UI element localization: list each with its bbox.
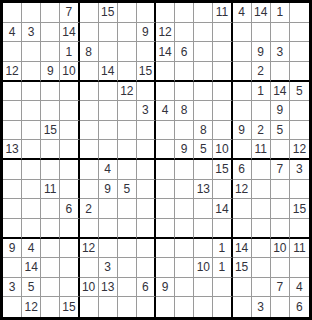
cell-r6c12-given[interactable]: 9 <box>233 121 252 141</box>
cell-r3c4-empty[interactable] <box>80 62 99 82</box>
cell-r0c10-empty[interactable] <box>194 3 213 23</box>
cell-r6c3-empty[interactable] <box>60 121 79 141</box>
cell-r8c4-empty[interactable] <box>80 160 99 180</box>
cell-r5c3-empty[interactable] <box>60 101 79 121</box>
cell-r3c2-given[interactable]: 9 <box>41 62 60 82</box>
cell-r7c6-empty[interactable] <box>118 140 137 160</box>
cell-r5c13-empty[interactable] <box>252 101 271 121</box>
cell-r14c8-given[interactable]: 9 <box>156 278 175 298</box>
cell-r11c12-empty[interactable] <box>233 219 252 239</box>
cell-r4c3-empty[interactable] <box>60 82 79 102</box>
cell-r11c13-empty[interactable] <box>252 219 271 239</box>
cell-r0c11-given[interactable]: 11 <box>213 3 232 23</box>
cell-r15c6-empty[interactable] <box>118 297 137 317</box>
cell-r2c12-empty[interactable] <box>233 42 252 62</box>
cell-r11c7-empty[interactable] <box>137 219 156 239</box>
cell-r10c1-empty[interactable] <box>22 199 41 219</box>
cell-r0c9-empty[interactable] <box>175 3 194 23</box>
cell-r13c6-empty[interactable] <box>118 258 137 278</box>
cell-r14c2-empty[interactable] <box>41 278 60 298</box>
cell-r13c12-given[interactable]: 15 <box>233 258 252 278</box>
cell-r8c11-given[interactable]: 15 <box>213 160 232 180</box>
sudoku-page: 7151141414314912181469312910141521211453… <box>0 0 312 320</box>
cell-r11c14-empty[interactable] <box>271 219 290 239</box>
cell-r9c11-empty[interactable] <box>213 180 232 200</box>
cell-r5c2-empty[interactable] <box>41 101 60 121</box>
cell-r14c5-given[interactable]: 13 <box>99 278 118 298</box>
cell-r7c15-given[interactable]: 12 <box>290 140 309 160</box>
cell-r10c4-given[interactable]: 2 <box>80 199 99 219</box>
cell-r7c14-empty[interactable] <box>271 140 290 160</box>
cell-r2c4-given[interactable]: 8 <box>80 42 99 62</box>
cell-r3c0-given[interactable]: 12 <box>3 62 22 82</box>
cell-r6c15-empty[interactable] <box>290 121 309 141</box>
cell-r4c15-given[interactable]: 5 <box>290 82 309 102</box>
cell-r10c3-given[interactable]: 6 <box>60 199 79 219</box>
cell-r7c8-empty[interactable] <box>156 140 175 160</box>
cell-r0c2-empty[interactable] <box>41 3 60 23</box>
cell-r7c1-empty[interactable] <box>22 140 41 160</box>
cell-r12c12-given[interactable]: 14 <box>233 239 252 259</box>
cell-r9c9-empty[interactable] <box>175 180 194 200</box>
cell-r15c13-given[interactable]: 3 <box>252 297 271 317</box>
cell-r5c9-given[interactable]: 8 <box>175 101 194 121</box>
cell-r10c13-empty[interactable] <box>252 199 271 219</box>
cell-r12c11-given[interactable]: 1 <box>213 239 232 259</box>
cell-r5c12-empty[interactable] <box>233 101 252 121</box>
cell-r3c11-empty[interactable] <box>213 62 232 82</box>
cell-r1c11-empty[interactable] <box>213 23 232 43</box>
cell-r1c14-empty[interactable] <box>271 23 290 43</box>
cell-r8c14-given[interactable]: 7 <box>271 160 290 180</box>
cell-r7c13-given[interactable]: 11 <box>252 140 271 160</box>
cell-r3c7-given[interactable]: 15 <box>137 62 156 82</box>
cell-r1c5-empty[interactable] <box>99 23 118 43</box>
cell-r15c5-empty[interactable] <box>99 297 118 317</box>
cell-r0c14-given[interactable]: 1 <box>271 3 290 23</box>
cell-r3c15-empty[interactable] <box>290 62 309 82</box>
cell-r13c9-empty[interactable] <box>175 258 194 278</box>
cell-r1c0-given[interactable]: 4 <box>3 23 22 43</box>
cell-r9c12-given[interactable]: 12 <box>233 180 252 200</box>
cell-r14c15-given[interactable]: 4 <box>290 278 309 298</box>
cell-r9c14-empty[interactable] <box>271 180 290 200</box>
cell-r12c14-given[interactable]: 10 <box>271 239 290 259</box>
cell-r8c13-empty[interactable] <box>252 160 271 180</box>
cell-r6c7-empty[interactable] <box>137 121 156 141</box>
cell-r1c15-empty[interactable] <box>290 23 309 43</box>
cell-r6c4-empty[interactable] <box>80 121 99 141</box>
cell-r11c15-empty[interactable] <box>290 219 309 239</box>
cell-r4c13-given[interactable]: 1 <box>252 82 271 102</box>
cell-r10c9-empty[interactable] <box>175 199 194 219</box>
cell-r8c10-empty[interactable] <box>194 160 213 180</box>
cell-r13c10-given[interactable]: 10 <box>194 258 213 278</box>
cell-r10c12-empty[interactable] <box>233 199 252 219</box>
cell-r1c7-given[interactable]: 9 <box>137 23 156 43</box>
cell-r1c9-empty[interactable] <box>175 23 194 43</box>
cell-r8c6-empty[interactable] <box>118 160 137 180</box>
cell-r14c11-empty[interactable] <box>213 278 232 298</box>
cell-r14c14-given[interactable]: 7 <box>271 278 290 298</box>
cell-r8c15-given[interactable]: 3 <box>290 160 309 180</box>
cell-r4c2-empty[interactable] <box>41 82 60 102</box>
cell-r2c9-given[interactable]: 6 <box>175 42 194 62</box>
cell-r2c8-given[interactable]: 14 <box>156 42 175 62</box>
cell-r0c8-empty[interactable] <box>156 3 175 23</box>
cell-r14c0-given[interactable]: 3 <box>3 278 22 298</box>
cell-r8c9-empty[interactable] <box>175 160 194 180</box>
cell-r4c9-empty[interactable] <box>175 82 194 102</box>
cell-r5c7-given[interactable]: 3 <box>137 101 156 121</box>
cell-r12c0-given[interactable]: 9 <box>3 239 22 259</box>
cell-r7c0-given[interactable]: 13 <box>3 140 22 160</box>
cell-r8c3-empty[interactable] <box>60 160 79 180</box>
cell-r10c11-given[interactable]: 14 <box>213 199 232 219</box>
cell-r6c5-empty[interactable] <box>99 121 118 141</box>
cell-r9c8-empty[interactable] <box>156 180 175 200</box>
cell-r13c5-given[interactable]: 3 <box>99 258 118 278</box>
cell-r12c2-empty[interactable] <box>41 239 60 259</box>
cell-r6c10-given[interactable]: 8 <box>194 121 213 141</box>
cell-r2c0-empty[interactable] <box>3 42 22 62</box>
cell-r15c4-empty[interactable] <box>80 297 99 317</box>
cell-r15c9-empty[interactable] <box>175 297 194 317</box>
cell-r9c0-empty[interactable] <box>3 180 22 200</box>
cell-r0c4-empty[interactable] <box>80 3 99 23</box>
cell-r10c5-empty[interactable] <box>99 199 118 219</box>
cell-r14c1-given[interactable]: 5 <box>22 278 41 298</box>
cell-r10c2-empty[interactable] <box>41 199 60 219</box>
cell-r4c10-empty[interactable] <box>194 82 213 102</box>
cell-r3c12-empty[interactable] <box>233 62 252 82</box>
cell-r5c4-empty[interactable] <box>80 101 99 121</box>
cell-r12c4-given[interactable]: 12 <box>80 239 99 259</box>
cell-r4c6-given[interactable]: 12 <box>118 82 137 102</box>
cell-r15c14-empty[interactable] <box>271 297 290 317</box>
cell-r9c2-given[interactable]: 11 <box>41 180 60 200</box>
cell-r9c3-empty[interactable] <box>60 180 79 200</box>
cell-r10c15-given[interactable]: 15 <box>290 199 309 219</box>
cell-r9c7-empty[interactable] <box>137 180 156 200</box>
cell-r3c6-empty[interactable] <box>118 62 137 82</box>
cell-r5c1-empty[interactable] <box>22 101 41 121</box>
cell-r1c10-empty[interactable] <box>194 23 213 43</box>
cell-r9c4-empty[interactable] <box>80 180 99 200</box>
cell-r2c13-given[interactable]: 9 <box>252 42 271 62</box>
cell-r10c7-empty[interactable] <box>137 199 156 219</box>
cell-r11c4-empty[interactable] <box>80 219 99 239</box>
cell-r13c15-empty[interactable] <box>290 258 309 278</box>
cell-r3c14-empty[interactable] <box>271 62 290 82</box>
cell-r2c14-given[interactable]: 3 <box>271 42 290 62</box>
cell-r2c7-empty[interactable] <box>137 42 156 62</box>
cell-r8c0-empty[interactable] <box>3 160 22 180</box>
cell-r5c6-empty[interactable] <box>118 101 137 121</box>
cell-r10c0-empty[interactable] <box>3 199 22 219</box>
cell-r12c1-given[interactable]: 4 <box>22 239 41 259</box>
cell-r2c5-empty[interactable] <box>99 42 118 62</box>
cell-r11c6-empty[interactable] <box>118 219 137 239</box>
cell-r15c12-empty[interactable] <box>233 297 252 317</box>
cell-r14c3-empty[interactable] <box>60 278 79 298</box>
cell-r12c15-given[interactable]: 11 <box>290 239 309 259</box>
cell-r15c7-empty[interactable] <box>137 297 156 317</box>
cell-r12c8-empty[interactable] <box>156 239 175 259</box>
cell-r11c0-empty[interactable] <box>3 219 22 239</box>
cell-r3c10-empty[interactable] <box>194 62 213 82</box>
cell-r7c2-empty[interactable] <box>41 140 60 160</box>
cell-r7c12-empty[interactable] <box>233 140 252 160</box>
cell-r0c0-empty[interactable] <box>3 3 22 23</box>
cell-r2c15-empty[interactable] <box>290 42 309 62</box>
cell-r2c2-empty[interactable] <box>41 42 60 62</box>
cell-r0c15-empty[interactable] <box>290 3 309 23</box>
cell-r12c9-empty[interactable] <box>175 239 194 259</box>
cell-r5c14-given[interactable]: 9 <box>271 101 290 121</box>
cell-r15c2-empty[interactable] <box>41 297 60 317</box>
cell-r1c4-empty[interactable] <box>80 23 99 43</box>
cell-r4c8-empty[interactable] <box>156 82 175 102</box>
cell-r7c4-empty[interactable] <box>80 140 99 160</box>
cell-r9c1-empty[interactable] <box>22 180 41 200</box>
cell-r13c4-empty[interactable] <box>80 258 99 278</box>
cell-r6c6-empty[interactable] <box>118 121 137 141</box>
cell-r14c10-empty[interactable] <box>194 278 213 298</box>
cell-r4c14-given[interactable]: 14 <box>271 82 290 102</box>
cell-r8c2-empty[interactable] <box>41 160 60 180</box>
cell-r9c10-given[interactable]: 13 <box>194 180 213 200</box>
cell-r15c8-empty[interactable] <box>156 297 175 317</box>
cell-r14c6-empty[interactable] <box>118 278 137 298</box>
cell-r0c5-given[interactable]: 15 <box>99 3 118 23</box>
cell-r0c12-given[interactable]: 4 <box>233 3 252 23</box>
cell-r11c9-empty[interactable] <box>175 219 194 239</box>
cell-r12c13-empty[interactable] <box>252 239 271 259</box>
cell-r3c5-given[interactable]: 14 <box>99 62 118 82</box>
cell-r13c13-empty[interactable] <box>252 258 271 278</box>
cell-r1c12-empty[interactable] <box>233 23 252 43</box>
cell-r1c1-given[interactable]: 3 <box>22 23 41 43</box>
cell-r6c11-empty[interactable] <box>213 121 232 141</box>
cell-r11c8-empty[interactable] <box>156 219 175 239</box>
cell-r14c9-empty[interactable] <box>175 278 194 298</box>
cell-r12c3-empty[interactable] <box>60 239 79 259</box>
cell-r13c14-empty[interactable] <box>271 258 290 278</box>
cell-r0c13-given[interactable]: 14 <box>252 3 271 23</box>
cell-r1c6-empty[interactable] <box>118 23 137 43</box>
cell-r4c11-empty[interactable] <box>213 82 232 102</box>
cell-r7c11-given[interactable]: 10 <box>213 140 232 160</box>
cell-r0c7-empty[interactable] <box>137 3 156 23</box>
cell-r9c6-given[interactable]: 5 <box>118 180 137 200</box>
cell-r5c8-given[interactable]: 4 <box>156 101 175 121</box>
cell-r0c1-empty[interactable] <box>22 3 41 23</box>
cell-r0c3-given[interactable]: 7 <box>60 3 79 23</box>
cell-r2c1-empty[interactable] <box>22 42 41 62</box>
cell-r11c5-empty[interactable] <box>99 219 118 239</box>
cell-r3c13-given[interactable]: 2 <box>252 62 271 82</box>
cell-r15c10-empty[interactable] <box>194 297 213 317</box>
cell-r5c15-empty[interactable] <box>290 101 309 121</box>
cell-r9c5-given[interactable]: 9 <box>99 180 118 200</box>
cell-r11c11-empty[interactable] <box>213 219 232 239</box>
cell-r0c6-empty[interactable] <box>118 3 137 23</box>
cell-r9c15-empty[interactable] <box>290 180 309 200</box>
cell-r4c12-empty[interactable] <box>233 82 252 102</box>
cell-r10c14-empty[interactable] <box>271 199 290 219</box>
cell-r1c2-empty[interactable] <box>41 23 60 43</box>
cell-r1c3-given[interactable]: 14 <box>60 23 79 43</box>
cell-r14c12-empty[interactable] <box>233 278 252 298</box>
cell-r5c10-empty[interactable] <box>194 101 213 121</box>
cell-r15c0-empty[interactable] <box>3 297 22 317</box>
cell-r7c3-empty[interactable] <box>60 140 79 160</box>
cell-r13c8-empty[interactable] <box>156 258 175 278</box>
cell-r5c5-empty[interactable] <box>99 101 118 121</box>
cell-r8c5-given[interactable]: 4 <box>99 160 118 180</box>
cell-r12c6-empty[interactable] <box>118 239 137 259</box>
cell-r10c10-empty[interactable] <box>194 199 213 219</box>
cell-r6c2-given[interactable]: 15 <box>41 121 60 141</box>
cell-r11c3-empty[interactable] <box>60 219 79 239</box>
cell-r11c10-empty[interactable] <box>194 219 213 239</box>
cell-r8c8-empty[interactable] <box>156 160 175 180</box>
cell-r13c1-given[interactable]: 14 <box>22 258 41 278</box>
cell-r13c3-empty[interactable] <box>60 258 79 278</box>
cell-r3c1-empty[interactable] <box>22 62 41 82</box>
cell-r5c11-empty[interactable] <box>213 101 232 121</box>
cell-r7c5-empty[interactable] <box>99 140 118 160</box>
cell-r6c8-empty[interactable] <box>156 121 175 141</box>
cell-r7c9-given[interactable]: 9 <box>175 140 194 160</box>
cell-r15c1-given[interactable]: 12 <box>22 297 41 317</box>
cell-r8c1-empty[interactable] <box>22 160 41 180</box>
cell-r4c5-empty[interactable] <box>99 82 118 102</box>
cell-r15c15-given[interactable]: 6 <box>290 297 309 317</box>
cell-r8c12-given[interactable]: 6 <box>233 160 252 180</box>
cell-r4c1-empty[interactable] <box>22 82 41 102</box>
cell-r14c7-given[interactable]: 6 <box>137 278 156 298</box>
cell-r9c13-empty[interactable] <box>252 180 271 200</box>
cell-r13c11-given[interactable]: 1 <box>213 258 232 278</box>
cell-r4c7-empty[interactable] <box>137 82 156 102</box>
cell-r15c3-given[interactable]: 15 <box>60 297 79 317</box>
cell-r6c0-empty[interactable] <box>3 121 22 141</box>
cell-r11c1-empty[interactable] <box>22 219 41 239</box>
cell-r2c3-given[interactable]: 1 <box>60 42 79 62</box>
sudoku-board: 7151141414314912181469312910141521211453… <box>0 0 312 320</box>
cell-r3c8-empty[interactable] <box>156 62 175 82</box>
cell-r14c4-given[interactable]: 10 <box>80 278 99 298</box>
cell-r7c10-given[interactable]: 5 <box>194 140 213 160</box>
cell-r6c13-given[interactable]: 2 <box>252 121 271 141</box>
cell-r12c5-empty[interactable] <box>99 239 118 259</box>
cell-r14c13-empty[interactable] <box>252 278 271 298</box>
cell-r3c9-empty[interactable] <box>175 62 194 82</box>
cell-r4c4-empty[interactable] <box>80 82 99 102</box>
cell-r3c3-given[interactable]: 10 <box>60 62 79 82</box>
cell-r15c11-empty[interactable] <box>213 297 232 317</box>
cell-r11c2-empty[interactable] <box>41 219 60 239</box>
cell-r6c1-empty[interactable] <box>22 121 41 141</box>
cell-r1c13-empty[interactable] <box>252 23 271 43</box>
cell-r4c0-empty[interactable] <box>3 82 22 102</box>
cell-r13c2-empty[interactable] <box>41 258 60 278</box>
cell-r12c7-empty[interactable] <box>137 239 156 259</box>
cell-r6c14-given[interactable]: 5 <box>271 121 290 141</box>
cell-r12c10-empty[interactable] <box>194 239 213 259</box>
cell-r8c7-empty[interactable] <box>137 160 156 180</box>
cell-r2c6-empty[interactable] <box>118 42 137 62</box>
cell-r13c7-empty[interactable] <box>137 258 156 278</box>
cell-r5c0-empty[interactable] <box>3 101 22 121</box>
cell-r7c7-empty[interactable] <box>137 140 156 160</box>
cell-r1c8-given[interactable]: 12 <box>156 23 175 43</box>
cell-r13c0-empty[interactable] <box>3 258 22 278</box>
cell-r10c8-empty[interactable] <box>156 199 175 219</box>
cell-r10c6-empty[interactable] <box>118 199 137 219</box>
cell-r2c11-empty[interactable] <box>213 42 232 62</box>
cell-r6c9-empty[interactable] <box>175 121 194 141</box>
cell-r2c10-empty[interactable] <box>194 42 213 62</box>
